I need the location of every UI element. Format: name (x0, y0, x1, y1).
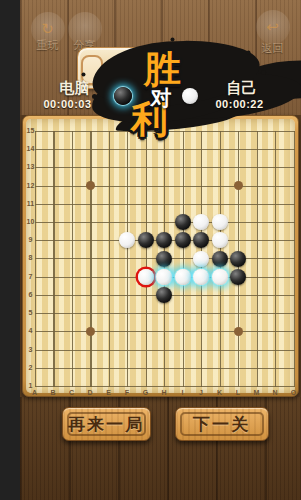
board-cell-E2[interactable] (100, 359, 119, 377)
board-cell-C9[interactable] (63, 231, 82, 249)
board-cell-J11[interactable] (192, 195, 211, 213)
board-cell-N5[interactable] (266, 304, 285, 322)
board-grid (26, 122, 301, 395)
board-cell-L13[interactable] (229, 158, 248, 176)
board-cell-G9[interactable] (137, 231, 156, 249)
board-cell-H5[interactable] (155, 304, 174, 322)
board-cell-I6[interactable] (174, 286, 193, 304)
board-cell-A10[interactable] (26, 213, 45, 231)
board-cell-B6[interactable] (44, 286, 63, 304)
board-cell-I9[interactable] (174, 231, 193, 249)
white-stone (212, 232, 228, 248)
board-cell-E12[interactable] (100, 177, 119, 195)
board-cell-K6[interactable] (211, 286, 230, 304)
board-cell-A8[interactable] (26, 249, 45, 267)
board-cell-H8[interactable] (155, 249, 174, 267)
board-cell-K2[interactable] (211, 359, 230, 377)
board-cell-M6[interactable] (248, 286, 267, 304)
board-cell-O4[interactable] (285, 322, 301, 340)
board-cell-M11[interactable] (248, 195, 267, 213)
white-stone (212, 214, 228, 230)
board-cell-A12[interactable] (26, 177, 45, 195)
board-cell-L9[interactable] (229, 231, 248, 249)
board-cell-A15[interactable] (26, 122, 45, 140)
board-cell-H6[interactable] (155, 286, 174, 304)
board-cell-G10[interactable] (137, 213, 156, 231)
white-stone-winning (156, 269, 172, 285)
board-cell-B9[interactable] (44, 231, 63, 249)
board-cell-G5[interactable] (137, 304, 156, 322)
board-cell-A9[interactable] (26, 231, 45, 249)
board-cell-O2[interactable] (285, 359, 301, 377)
board-cell-O6[interactable] (285, 286, 301, 304)
board-cell-O5[interactable] (285, 304, 301, 322)
board-cell-B7[interactable] (44, 268, 63, 286)
board-cell-F6[interactable] (118, 286, 137, 304)
white-stone (193, 214, 209, 230)
gomoku-board: 151413121110987654321 ABCDEFGHIJKLMNO (22, 115, 299, 397)
board-cell-C11[interactable] (63, 195, 82, 213)
board-cell-O10[interactable] (285, 213, 301, 231)
board-cell-G3[interactable] (137, 340, 156, 358)
board-cell-C10[interactable] (63, 213, 82, 231)
board-cell-L5[interactable] (229, 304, 248, 322)
board-cell-N9[interactable] (266, 231, 285, 249)
board-cell-A7[interactable] (26, 268, 45, 286)
board-cell-L12[interactable] (229, 177, 248, 195)
black-stone (175, 214, 191, 230)
board-cell-F4[interactable] (118, 322, 137, 340)
board-cell-N14[interactable] (266, 140, 285, 158)
player-right-time: 00:00:22 (216, 98, 264, 110)
board-cell-F5[interactable] (118, 304, 137, 322)
board-cell-G4[interactable] (137, 322, 156, 340)
star-point (234, 327, 243, 336)
board-cell-G6[interactable] (137, 286, 156, 304)
board-cell-J6[interactable] (192, 286, 211, 304)
ink-splatter-dots (20, 0, 21, 1)
back-icon[interactable]: ↩ (256, 10, 290, 44)
star-point (86, 181, 95, 190)
player-left-time: 00:00:03 (44, 98, 92, 110)
board-cell-O8[interactable] (285, 249, 301, 267)
board-cell-B14[interactable] (44, 140, 63, 158)
board-cell-K11[interactable] (211, 195, 230, 213)
board-cell-D11[interactable] (81, 195, 100, 213)
board-cell-G11[interactable] (137, 195, 156, 213)
player-left-stone-black (114, 87, 132, 105)
board-cell-E7[interactable] (100, 268, 119, 286)
board-cell-A5[interactable] (26, 304, 45, 322)
board-cell-F10[interactable] (118, 213, 137, 231)
board-cell-B10[interactable] (44, 213, 63, 231)
board-cell-E1[interactable] (100, 377, 119, 395)
board-cell-M3[interactable] (248, 340, 267, 358)
board-cell-D9[interactable] (81, 231, 100, 249)
board-cell-D13[interactable] (81, 158, 100, 176)
board-cell-O14[interactable] (285, 140, 301, 158)
board-cell-O7[interactable] (285, 268, 301, 286)
board-cell-G13[interactable] (137, 158, 156, 176)
board-cell-F12[interactable] (118, 177, 137, 195)
board-cell-E13[interactable] (100, 158, 119, 176)
board-cell-F8[interactable] (118, 249, 137, 267)
board-cell-F11[interactable] (118, 195, 137, 213)
board-cell-E10[interactable] (100, 213, 119, 231)
board-cell-E9[interactable] (100, 231, 119, 249)
black-stone (156, 287, 172, 303)
board-cell-O15[interactable] (285, 122, 301, 140)
board-cell-N13[interactable] (266, 158, 285, 176)
board-cell-B5[interactable] (44, 304, 63, 322)
board-cell-D5[interactable] (81, 304, 100, 322)
board-cell-B2[interactable] (44, 359, 63, 377)
board-cell-H4[interactable] (155, 322, 174, 340)
board-cell-J1[interactable] (192, 377, 211, 395)
board-cell-I1[interactable] (174, 377, 193, 395)
board-cell-B4[interactable] (44, 322, 63, 340)
board-cell-J3[interactable] (192, 340, 211, 358)
board-cell-C2[interactable] (63, 359, 82, 377)
board-cell-H10[interactable] (155, 213, 174, 231)
board-cell-C5[interactable] (63, 304, 82, 322)
board-cell-D3[interactable] (81, 340, 100, 358)
board-cell-C13[interactable] (63, 158, 82, 176)
board-cell-K7[interactable] (211, 268, 230, 286)
board-cell-M10[interactable] (248, 213, 267, 231)
board-cell-N2[interactable] (266, 359, 285, 377)
board-cell-J12[interactable] (192, 177, 211, 195)
board-cell-K8[interactable] (211, 249, 230, 267)
black-stone (230, 269, 246, 285)
board-cell-I10[interactable] (174, 213, 193, 231)
black-stone (156, 232, 172, 248)
board-cell-G2[interactable] (137, 359, 156, 377)
board-cell-I12[interactable] (174, 177, 193, 195)
board-cell-I7[interactable] (174, 268, 193, 286)
board-cell-D10[interactable] (81, 213, 100, 231)
board-cell-E3[interactable] (100, 340, 119, 358)
black-stone (193, 232, 209, 248)
board-cell-N15[interactable] (266, 122, 285, 140)
vs-label: 对 (151, 84, 172, 112)
board-cell-N4[interactable] (266, 322, 285, 340)
board-cell-A14[interactable] (26, 140, 45, 158)
board-cell-N11[interactable] (266, 195, 285, 213)
board-cell-C7[interactable] (63, 268, 82, 286)
board-cell-L11[interactable] (229, 195, 248, 213)
board-cell-M13[interactable] (248, 158, 267, 176)
board-cell-G7[interactable] (137, 268, 156, 286)
board-cell-I8[interactable] (174, 249, 193, 267)
board-cell-E6[interactable] (100, 286, 119, 304)
board-cell-G12[interactable] (137, 177, 156, 195)
board-cell-A6[interactable] (26, 286, 45, 304)
board-cell-K1[interactable] (211, 377, 230, 395)
board-cell-D2[interactable] (81, 359, 100, 377)
board-surface: 151413121110987654321 ABCDEFGHIJKLMNO (26, 119, 295, 393)
board-cell-N7[interactable] (266, 268, 285, 286)
board-cell-L8[interactable] (229, 249, 248, 267)
board-cell-B3[interactable] (44, 340, 63, 358)
board-cell-J9[interactable] (192, 231, 211, 249)
board-cell-M8[interactable] (248, 249, 267, 267)
board-cell-F9[interactable] (118, 231, 137, 249)
board-cell-H3[interactable] (155, 340, 174, 358)
board-cell-M2[interactable] (248, 359, 267, 377)
board-cell-A13[interactable] (26, 158, 45, 176)
black-stone (138, 232, 154, 248)
board-cell-F3[interactable] (118, 340, 137, 358)
board-cell-J4[interactable] (192, 322, 211, 340)
play-again-button[interactable]: 再来一局 (62, 407, 151, 441)
board-cell-I11[interactable] (174, 195, 193, 213)
board-cell-H7[interactable] (155, 268, 174, 286)
board-cell-M15[interactable] (248, 122, 267, 140)
board-cell-F2[interactable] (118, 359, 137, 377)
star-point (234, 181, 243, 190)
board-cell-J2[interactable] (192, 359, 211, 377)
board-cell-B1[interactable] (44, 377, 63, 395)
board-cell-B11[interactable] (44, 195, 63, 213)
board-cell-I13[interactable] (174, 158, 193, 176)
board-cell-L3[interactable] (229, 340, 248, 358)
board-cell-N12[interactable] (266, 177, 285, 195)
board-cell-H11[interactable] (155, 195, 174, 213)
board-cell-C3[interactable] (63, 340, 82, 358)
white-stone (193, 251, 209, 267)
board-cell-H1[interactable] (155, 377, 174, 395)
board-cell-B8[interactable] (44, 249, 63, 267)
board-cell-F1[interactable] (118, 377, 137, 395)
board-cell-I3[interactable] (174, 340, 193, 358)
board-cell-O13[interactable] (285, 158, 301, 176)
board-cell-L4[interactable] (229, 322, 248, 340)
board-cell-I4[interactable] (174, 322, 193, 340)
back-button[interactable]: 返回 (253, 41, 293, 56)
board-cell-N8[interactable] (266, 249, 285, 267)
board-cell-K12[interactable] (211, 177, 230, 195)
black-stone (175, 232, 191, 248)
white-stone-last-move (138, 269, 154, 285)
board-cell-N1[interactable] (266, 377, 285, 395)
board-cell-C12[interactable] (63, 177, 82, 195)
board-cell-O12[interactable] (285, 177, 301, 195)
white-stone (119, 232, 135, 248)
board-cell-K13[interactable] (211, 158, 230, 176)
board-cell-O1[interactable] (285, 377, 301, 395)
board-cell-C1[interactable] (63, 377, 82, 395)
board-cell-D1[interactable] (81, 377, 100, 395)
black-stone (230, 251, 246, 267)
board-cell-H13[interactable] (155, 158, 174, 176)
white-stone-winning (193, 269, 209, 285)
board-cell-O9[interactable] (285, 231, 301, 249)
board-cell-A2[interactable] (26, 359, 45, 377)
board-cell-A3[interactable] (26, 340, 45, 358)
board-cell-L1[interactable] (229, 377, 248, 395)
board-cell-N3[interactable] (266, 340, 285, 358)
board-cell-K5[interactable] (211, 304, 230, 322)
board-cell-E8[interactable] (100, 249, 119, 267)
board-cell-I5[interactable] (174, 304, 193, 322)
player-right-name: 自己 (227, 79, 257, 98)
board-cell-D7[interactable] (81, 268, 100, 286)
board-cell-N6[interactable] (266, 286, 285, 304)
next-level-button[interactable]: 下一关 (175, 407, 269, 441)
board-cell-I2[interactable] (174, 359, 193, 377)
board-cell-F7[interactable] (118, 268, 137, 286)
board-cell-D4[interactable] (81, 322, 100, 340)
board-cell-A1[interactable] (26, 377, 45, 395)
board-cell-F13[interactable] (118, 158, 137, 176)
board-cell-L7[interactable] (229, 268, 248, 286)
board-cell-J10[interactable] (192, 213, 211, 231)
app-screen: ↻ 重玩 分享 ↩ 返回 胜 利 电脑 00:00:03 对 自己 00:00:… (20, 0, 301, 500)
board-cell-A11[interactable] (26, 195, 45, 213)
board-cell-D8[interactable] (81, 249, 100, 267)
board-cell-K9[interactable] (211, 231, 230, 249)
board-cell-E4[interactable] (100, 322, 119, 340)
board-cell-K10[interactable] (211, 213, 230, 231)
board-cell-B13[interactable] (44, 158, 63, 176)
board-cell-J13[interactable] (192, 158, 211, 176)
player-left-name: 电脑 (60, 79, 90, 98)
board-cell-O11[interactable] (285, 195, 301, 213)
board-cell-G8[interactable] (137, 249, 156, 267)
board-cell-L2[interactable] (229, 359, 248, 377)
board-cell-A4[interactable] (26, 322, 45, 340)
player-right-stone-white (182, 88, 198, 104)
black-stone (212, 251, 228, 267)
board-cell-M7[interactable] (248, 268, 267, 286)
board-cell-C4[interactable] (63, 322, 82, 340)
black-stone (156, 251, 172, 267)
board-cell-L10[interactable] (229, 213, 248, 231)
board-cell-C6[interactable] (63, 286, 82, 304)
star-point (86, 327, 95, 336)
board-cell-G1[interactable] (137, 377, 156, 395)
board-cell-K3[interactable] (211, 340, 230, 358)
board-cell-O3[interactable] (285, 340, 301, 358)
board-cell-M4[interactable] (248, 322, 267, 340)
replay-button[interactable]: 重玩 (28, 38, 68, 53)
board-cell-B12[interactable] (44, 177, 63, 195)
board-cell-L6[interactable] (229, 286, 248, 304)
board-cell-J7[interactable] (192, 268, 211, 286)
board-cell-B15[interactable] (44, 122, 63, 140)
board-cell-J8[interactable] (192, 249, 211, 267)
board-cell-K4[interactable] (211, 322, 230, 340)
board-cell-H2[interactable] (155, 359, 174, 377)
white-stone-winning (175, 269, 191, 285)
board-cell-J5[interactable] (192, 304, 211, 322)
board-cell-E11[interactable] (100, 195, 119, 213)
board-cell-H9[interactable] (155, 231, 174, 249)
board-cell-M14[interactable] (248, 140, 267, 158)
board-cell-M5[interactable] (248, 304, 267, 322)
board-cell-M12[interactable] (248, 177, 267, 195)
board-cell-C8[interactable] (63, 249, 82, 267)
board-cell-M9[interactable] (248, 231, 267, 249)
board-cell-E5[interactable] (100, 304, 119, 322)
board-cell-N10[interactable] (266, 213, 285, 231)
board-cell-H12[interactable] (155, 177, 174, 195)
white-stone-winning (212, 269, 228, 285)
board-cell-D12[interactable] (81, 177, 100, 195)
board-cell-D6[interactable] (81, 286, 100, 304)
board-cell-M1[interactable] (248, 377, 267, 395)
